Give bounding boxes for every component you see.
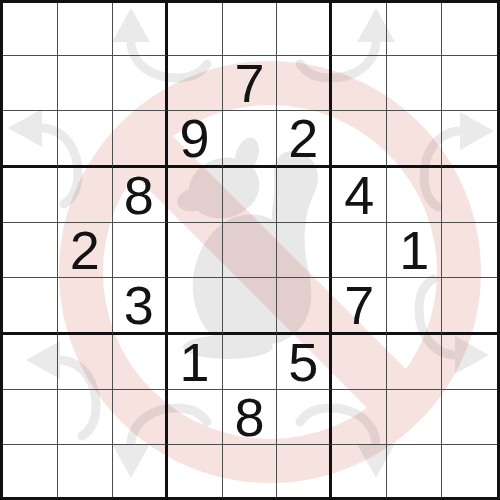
- cell-r0c3[interactable]: [168, 3, 223, 56]
- cell-r3c2[interactable]: 8: [113, 168, 168, 223]
- cell-r7c8[interactable]: [442, 390, 497, 445]
- cell-r4c5[interactable]: [277, 223, 332, 278]
- cell-r8c8[interactable]: [442, 445, 497, 498]
- cell-r6c0[interactable]: [3, 335, 58, 390]
- cell-r0c8[interactable]: [442, 3, 497, 56]
- cell-r0c1[interactable]: [58, 3, 113, 56]
- cell-r8c5[interactable]: [277, 445, 332, 498]
- cell-r2c1[interactable]: [58, 111, 113, 168]
- cell-r7c2[interactable]: [113, 390, 168, 445]
- sudoku-grid: 792842137158: [0, 0, 500, 500]
- cell-r1c2[interactable]: [113, 56, 168, 111]
- cell-r6c4[interactable]: [223, 335, 278, 390]
- cell-r3c3[interactable]: [168, 168, 223, 223]
- cell-r5c6[interactable]: 7: [332, 278, 387, 335]
- cell-r2c8[interactable]: [442, 111, 497, 168]
- cell-r2c5[interactable]: 2: [277, 111, 332, 168]
- cell-r7c5[interactable]: [277, 390, 332, 445]
- cell-r1c6[interactable]: [332, 56, 387, 111]
- cell-r0c2[interactable]: [113, 3, 168, 56]
- cell-r7c1[interactable]: [58, 390, 113, 445]
- cell-r4c6[interactable]: [332, 223, 387, 278]
- cell-r1c0[interactable]: [3, 56, 58, 111]
- cell-r7c4[interactable]: 8: [223, 390, 278, 445]
- cell-r8c4[interactable]: [223, 445, 278, 498]
- cell-r6c3[interactable]: 1: [168, 335, 223, 390]
- cell-r0c5[interactable]: [277, 3, 332, 56]
- cell-r5c7[interactable]: [387, 278, 442, 335]
- cell-r3c5[interactable]: [277, 168, 332, 223]
- cell-r2c3[interactable]: 9: [168, 111, 223, 168]
- cell-r6c2[interactable]: [113, 335, 168, 390]
- cell-r6c6[interactable]: [332, 335, 387, 390]
- cell-r4c8[interactable]: [442, 223, 497, 278]
- cell-r0c0[interactable]: [3, 3, 58, 56]
- cell-r4c2[interactable]: [113, 223, 168, 278]
- cell-r8c7[interactable]: [387, 445, 442, 498]
- cell-r5c1[interactable]: [58, 278, 113, 335]
- cell-r4c3[interactable]: [168, 223, 223, 278]
- cell-r3c7[interactable]: [387, 168, 442, 223]
- cell-r7c0[interactable]: [3, 390, 58, 445]
- cell-r5c0[interactable]: [3, 278, 58, 335]
- cell-r1c5[interactable]: [277, 56, 332, 111]
- cell-r4c0[interactable]: [3, 223, 58, 278]
- cell-r8c2[interactable]: [113, 445, 168, 498]
- cell-r4c7[interactable]: 1: [387, 223, 442, 278]
- cell-r3c4[interactable]: [223, 168, 278, 223]
- cell-r6c8[interactable]: [442, 335, 497, 390]
- cell-r3c8[interactable]: [442, 168, 497, 223]
- sudoku-board: 792842137158: [0, 0, 500, 500]
- cell-r2c2[interactable]: [113, 111, 168, 168]
- cell-r7c6[interactable]: [332, 390, 387, 445]
- cell-r8c6[interactable]: [332, 445, 387, 498]
- cell-r2c7[interactable]: [387, 111, 442, 168]
- cell-r5c5[interactable]: [277, 278, 332, 335]
- cell-r5c8[interactable]: [442, 278, 497, 335]
- cell-r4c1[interactable]: 2: [58, 223, 113, 278]
- cell-r6c7[interactable]: [387, 335, 442, 390]
- cell-r1c4[interactable]: 7: [223, 56, 278, 111]
- cell-r3c6[interactable]: 4: [332, 168, 387, 223]
- cell-r5c3[interactable]: [168, 278, 223, 335]
- cell-r1c3[interactable]: [168, 56, 223, 111]
- cell-r3c0[interactable]: [3, 168, 58, 223]
- cell-r2c4[interactable]: [223, 111, 278, 168]
- cell-r1c1[interactable]: [58, 56, 113, 111]
- cell-r8c1[interactable]: [58, 445, 113, 498]
- cell-r5c4[interactable]: [223, 278, 278, 335]
- cell-r6c1[interactable]: [58, 335, 113, 390]
- cell-r6c5[interactable]: 5: [277, 335, 332, 390]
- cell-r7c3[interactable]: [168, 390, 223, 445]
- cell-r0c7[interactable]: [387, 3, 442, 56]
- cell-r8c3[interactable]: [168, 445, 223, 498]
- cell-r7c7[interactable]: [387, 390, 442, 445]
- cell-r3c1[interactable]: [58, 168, 113, 223]
- cell-r0c6[interactable]: [332, 3, 387, 56]
- cell-r1c7[interactable]: [387, 56, 442, 111]
- cell-r2c0[interactable]: [3, 111, 58, 168]
- cell-r0c4[interactable]: [223, 3, 278, 56]
- cell-r1c8[interactable]: [442, 56, 497, 111]
- cell-r8c0[interactable]: [3, 445, 58, 498]
- cell-r2c6[interactable]: [332, 111, 387, 168]
- cell-r4c4[interactable]: [223, 223, 278, 278]
- cell-r5c2[interactable]: 3: [113, 278, 168, 335]
